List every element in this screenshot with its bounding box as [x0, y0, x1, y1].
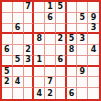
sudoku-cell-r3c5[interactable]	[45, 24, 56, 35]
sudoku-cell-r1c8[interactable]	[77, 2, 88, 13]
sudoku-cell-r6c9[interactable]	[88, 56, 99, 67]
sudoku-cell-r1c6[interactable]: 5	[56, 2, 67, 13]
sudoku-cell-r1c5[interactable]: 1	[45, 2, 56, 13]
sudoku-cell-r8c6[interactable]	[56, 77, 67, 88]
sudoku-cell-r8c2[interactable]: 4	[13, 77, 24, 88]
sudoku-cell-r9c3[interactable]	[24, 88, 35, 99]
sudoku-cell-r9c1[interactable]	[2, 88, 13, 99]
sudoku-cell-r8c3[interactable]	[24, 77, 35, 88]
sudoku-cell-r4c5[interactable]	[45, 34, 56, 45]
sudoku-cell-r1c9[interactable]	[88, 2, 99, 13]
sudoku-cell-r1c4[interactable]	[34, 2, 45, 13]
sudoku-cell-r3c9[interactable]: 3	[88, 24, 99, 35]
sudoku-cell-r3c4[interactable]	[34, 24, 45, 35]
sudoku-cell-r2c5[interactable]: 6	[45, 13, 56, 24]
sudoku-cell-r8c7[interactable]	[67, 77, 78, 88]
sudoku-cell-r9c8[interactable]	[77, 88, 88, 99]
sudoku-cell-r7c4[interactable]	[34, 67, 45, 78]
sudoku-cell-r7c6[interactable]	[56, 67, 67, 78]
sudoku-cell-r8c4[interactable]	[34, 77, 45, 88]
sudoku-cell-r3c3[interactable]	[24, 24, 35, 35]
sudoku-cell-r6c4[interactable]: 1	[34, 56, 45, 67]
sudoku-cell-r5c4[interactable]	[34, 45, 45, 56]
sudoku-cell-r1c2[interactable]	[13, 2, 24, 13]
sudoku-cell-r1c3[interactable]: 7	[24, 2, 35, 13]
sudoku-cell-r6c2[interactable]: 5	[13, 56, 24, 67]
sudoku-cell-r2c1[interactable]	[2, 13, 13, 24]
sudoku-cell-r1c1[interactable]	[2, 2, 13, 13]
sudoku-cell-r2c7[interactable]	[67, 13, 78, 24]
sudoku-cell-r6c1[interactable]	[2, 56, 13, 67]
sudoku-cell-r3c6[interactable]	[56, 24, 67, 35]
sudoku-cell-r9c2[interactable]	[13, 88, 24, 99]
sudoku-cell-r4c7[interactable]: 5	[67, 34, 78, 45]
sudoku-cell-r5c7[interactable]: 8	[67, 45, 78, 56]
sudoku-cell-r5c3[interactable]: 2	[24, 45, 35, 56]
sudoku-cell-r3c1[interactable]	[2, 24, 13, 35]
sudoku-cell-r7c9[interactable]	[88, 67, 99, 78]
sudoku-cell-r7c8[interactable]: 9	[77, 67, 88, 78]
sudoku-cell-r6c3[interactable]: 3	[24, 56, 35, 67]
sudoku-cell-r3c8[interactable]	[77, 24, 88, 35]
sudoku-cell-r9c7[interactable]: 6	[67, 88, 78, 99]
sudoku-cell-r6c8[interactable]	[77, 56, 88, 67]
sudoku-cell-r8c1[interactable]: 2	[2, 77, 13, 88]
sudoku-cell-r5c5[interactable]	[45, 45, 56, 56]
sudoku-cell-r5c8[interactable]	[77, 45, 88, 56]
sudoku-cell-r5c2[interactable]	[13, 45, 24, 56]
sudoku-cell-r5c9[interactable]: 4	[88, 45, 99, 56]
sudoku-cell-r1c7[interactable]	[67, 2, 78, 13]
sudoku-cell-r4c6[interactable]: 2	[56, 34, 67, 45]
sudoku-cell-r2c2[interactable]	[13, 13, 24, 24]
sudoku-cell-r6c7[interactable]	[67, 56, 78, 67]
sudoku-cell-r4c3[interactable]	[24, 34, 35, 45]
sudoku-cell-r4c1[interactable]	[2, 34, 13, 45]
sudoku-cell-r5c1[interactable]: 6	[2, 45, 13, 56]
sudoku-cell-r4c9[interactable]	[88, 34, 99, 45]
sudoku-cell-r4c4[interactable]: 8	[34, 34, 45, 45]
sudoku-board: 7156596382536284531659247426	[0, 0, 101, 101]
sudoku-cell-r7c7[interactable]	[67, 67, 78, 78]
sudoku-cell-r3c7[interactable]	[67, 24, 78, 35]
sudoku-cell-r9c9[interactable]	[88, 88, 99, 99]
sudoku-cell-r9c4[interactable]: 4	[34, 88, 45, 99]
sudoku-cell-r6c6[interactable]: 6	[56, 56, 67, 67]
sudoku-cell-r7c2[interactable]	[13, 67, 24, 78]
sudoku-cell-r2c3[interactable]	[24, 13, 35, 24]
sudoku-cell-r5c6[interactable]	[56, 45, 67, 56]
sudoku-cell-r4c2[interactable]	[13, 34, 24, 45]
sudoku-cell-r8c8[interactable]	[77, 77, 88, 88]
sudoku-cell-r4c8[interactable]: 3	[77, 34, 88, 45]
sudoku-cell-r2c8[interactable]: 5	[77, 13, 88, 24]
sudoku-cell-r2c6[interactable]	[56, 13, 67, 24]
sudoku-cell-r7c1[interactable]: 5	[2, 67, 13, 78]
sudoku-cell-r8c5[interactable]: 7	[45, 77, 56, 88]
sudoku-cell-r8c9[interactable]	[88, 77, 99, 88]
sudoku-cell-r2c4[interactable]	[34, 13, 45, 24]
sudoku-cell-r9c5[interactable]: 2	[45, 88, 56, 99]
sudoku-cell-r6c5[interactable]	[45, 56, 56, 67]
sudoku-cell-r7c5[interactable]	[45, 67, 56, 78]
sudoku-cell-r3c2[interactable]: 6	[13, 24, 24, 35]
sudoku-cell-r2c9[interactable]: 9	[88, 13, 99, 24]
sudoku-cell-r9c6[interactable]	[56, 88, 67, 99]
sudoku-cell-r7c3[interactable]	[24, 67, 35, 78]
